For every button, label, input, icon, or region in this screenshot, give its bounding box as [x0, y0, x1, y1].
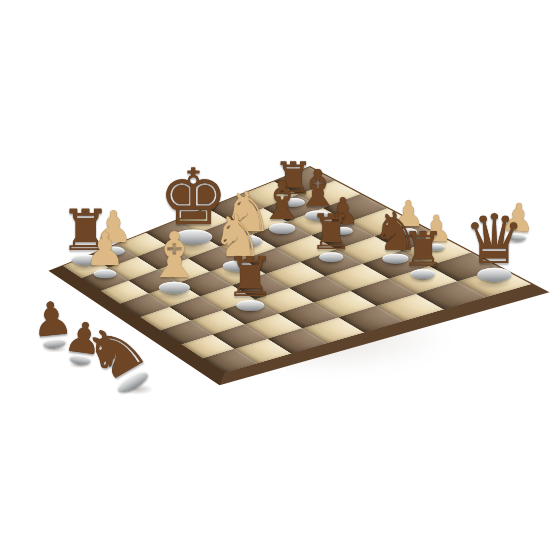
metal-base [269, 223, 296, 234]
knight-glyph: ♞ [73, 310, 157, 395]
piece-walnut-rook-g7[interactable]: ♜ [402, 227, 445, 279]
rook-glyph: ♜ [310, 209, 353, 255]
rook-glyph: ♜ [226, 251, 275, 303]
piece-walnut-queen-h8[interactable]: ♛ [464, 207, 525, 281]
piece-walnut-rook-e6[interactable]: ♜ [310, 209, 353, 262]
metal-base [159, 281, 190, 294]
metal-base [236, 300, 264, 311]
metal-base [319, 252, 343, 262]
piece-maple-pawn-b1[interactable]: ♟ [84, 229, 125, 279]
metal-base [411, 269, 435, 279]
pawn-glyph: ♟ [84, 229, 125, 272]
metal-base [94, 269, 117, 278]
rook-glyph: ♜ [402, 227, 445, 272]
product-photo-scene: ♟♟♛♜♝♟♞♜♝♜♞♚♞♜♟♝♜♟♟♟♞♟ [0, 0, 560, 560]
piece-maple-bishop-d2[interactable]: ♝ [146, 226, 202, 294]
piece-walnut-rook-f3[interactable]: ♜ [226, 251, 275, 311]
bishop-glyph: ♝ [146, 226, 202, 286]
pieces-layer: ♟♟♛♜♝♟♞♜♝♜♞♚♞♜♟♝♜♟♟♟♞♟ [0, 0, 560, 560]
queen-glyph: ♛ [464, 207, 525, 272]
metal-base [477, 268, 511, 282]
